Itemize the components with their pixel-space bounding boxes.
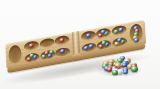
gem-green [112,70,118,75]
pit-back-4[interactable] [81,30,96,42]
gem-blue [86,33,91,38]
gem-green [49,50,54,55]
gem-blue [134,37,139,42]
gem-blue [60,49,65,54]
store-right[interactable] [129,23,143,44]
pit-back-1[interactable] [24,40,39,52]
pit-back-3[interactable] [55,35,70,47]
gem-red [60,37,65,42]
gem-blue [118,27,123,32]
gem-green [131,66,138,72]
gem-blue [88,44,93,49]
pit-back-6[interactable] [111,25,126,37]
product-photo [0,0,160,89]
gem-red [29,43,34,48]
gem-blue [123,70,128,74]
hinge [71,31,79,57]
pit-back-2[interactable] [39,38,54,50]
gem-pile[interactable] [96,50,142,77]
store-left[interactable] [8,44,22,65]
gem-clear [117,69,123,74]
pit-back-5[interactable] [96,28,111,40]
